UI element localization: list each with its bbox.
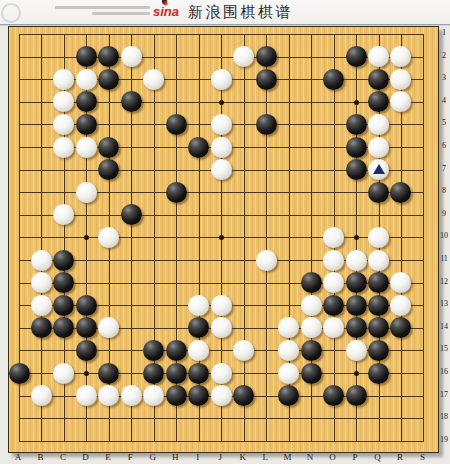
black-stone[interactable] bbox=[31, 317, 52, 338]
grid-line-vertical bbox=[266, 34, 267, 442]
white-stone[interactable] bbox=[31, 295, 52, 316]
white-stone[interactable] bbox=[53, 69, 74, 90]
column-label: O bbox=[327, 451, 339, 463]
black-stone[interactable] bbox=[53, 250, 74, 271]
column-label: R bbox=[394, 451, 406, 463]
white-stone[interactable] bbox=[390, 69, 411, 90]
black-stone[interactable] bbox=[166, 114, 187, 135]
white-stone[interactable] bbox=[278, 317, 299, 338]
white-stone[interactable] bbox=[53, 204, 74, 225]
star-point bbox=[354, 235, 359, 240]
white-stone[interactable] bbox=[76, 385, 97, 406]
black-stone[interactable] bbox=[323, 295, 344, 316]
sina-star-icon: ✷ bbox=[162, 0, 167, 4]
column-label: H bbox=[169, 451, 181, 463]
black-stone[interactable] bbox=[76, 340, 97, 361]
black-stone[interactable] bbox=[121, 91, 142, 112]
white-stone[interactable] bbox=[233, 46, 254, 67]
white-stone[interactable] bbox=[368, 137, 389, 158]
white-stone[interactable] bbox=[121, 385, 142, 406]
row-label: 12 bbox=[438, 277, 450, 287]
black-stone[interactable] bbox=[323, 69, 344, 90]
black-stone[interactable] bbox=[76, 295, 97, 316]
black-stone[interactable] bbox=[301, 363, 322, 384]
black-stone[interactable] bbox=[143, 363, 164, 384]
black-stone[interactable] bbox=[166, 182, 187, 203]
row-label: 4 bbox=[438, 96, 450, 106]
row-label: 1 bbox=[438, 28, 450, 38]
column-label: P bbox=[349, 451, 361, 463]
white-stone[interactable] bbox=[211, 114, 232, 135]
white-stone[interactable] bbox=[98, 317, 119, 338]
white-stone[interactable] bbox=[368, 114, 389, 135]
column-label: K bbox=[237, 451, 249, 463]
row-label: 14 bbox=[438, 322, 450, 332]
white-stone[interactable] bbox=[256, 250, 277, 271]
white-stone[interactable] bbox=[368, 250, 389, 271]
white-stone[interactable] bbox=[323, 250, 344, 271]
black-stone[interactable] bbox=[98, 137, 119, 158]
black-stone[interactable] bbox=[368, 69, 389, 90]
black-stone[interactable] bbox=[98, 46, 119, 67]
black-stone[interactable] bbox=[368, 295, 389, 316]
black-stone[interactable] bbox=[346, 46, 367, 67]
white-stone[interactable] bbox=[121, 46, 142, 67]
black-stone[interactable] bbox=[188, 137, 209, 158]
column-label: M bbox=[282, 451, 294, 463]
column-label: B bbox=[34, 451, 46, 463]
column-label: E bbox=[102, 451, 114, 463]
column-label: F bbox=[124, 451, 136, 463]
white-stone[interactable] bbox=[323, 227, 344, 248]
black-stone[interactable] bbox=[166, 385, 187, 406]
column-label: S bbox=[416, 451, 428, 463]
last-move-triangle-marker bbox=[373, 164, 385, 174]
black-stone[interactable] bbox=[256, 114, 277, 135]
black-stone[interactable] bbox=[368, 340, 389, 361]
white-stone[interactable] bbox=[390, 91, 411, 112]
row-label: 13 bbox=[438, 299, 450, 309]
white-stone[interactable] bbox=[368, 46, 389, 67]
star-point bbox=[219, 100, 224, 105]
black-stone[interactable] bbox=[301, 340, 322, 361]
white-stone[interactable] bbox=[53, 363, 74, 384]
white-stone[interactable] bbox=[278, 363, 299, 384]
column-label: L bbox=[259, 451, 271, 463]
column-label: A bbox=[12, 451, 24, 463]
white-stone[interactable] bbox=[323, 317, 344, 338]
black-stone[interactable] bbox=[76, 114, 97, 135]
row-label: 16 bbox=[438, 367, 450, 377]
white-stone[interactable] bbox=[346, 340, 367, 361]
watermark-text-line bbox=[55, 6, 150, 9]
white-stone[interactable] bbox=[143, 69, 164, 90]
white-stone[interactable] bbox=[76, 69, 97, 90]
white-stone[interactable] bbox=[278, 340, 299, 361]
column-label: Q bbox=[372, 451, 384, 463]
go-board[interactable] bbox=[8, 26, 439, 453]
white-stone[interactable] bbox=[53, 91, 74, 112]
white-stone[interactable] bbox=[390, 295, 411, 316]
black-stone[interactable] bbox=[346, 272, 367, 293]
row-label: 3 bbox=[438, 73, 450, 83]
row-label: 17 bbox=[438, 390, 450, 400]
column-label: I bbox=[192, 451, 204, 463]
star-point bbox=[84, 235, 89, 240]
black-stone[interactable] bbox=[368, 317, 389, 338]
star-point bbox=[219, 235, 224, 240]
black-stone[interactable] bbox=[121, 204, 142, 225]
black-stone[interactable] bbox=[166, 340, 187, 361]
black-stone[interactable] bbox=[346, 114, 367, 135]
grid-line-vertical bbox=[423, 34, 424, 442]
row-label: 15 bbox=[438, 344, 450, 354]
column-label: J bbox=[214, 451, 226, 463]
white-stone[interactable] bbox=[211, 363, 232, 384]
black-stone[interactable] bbox=[368, 91, 389, 112]
row-label: 19 bbox=[438, 435, 450, 445]
watermark-text-line bbox=[92, 12, 150, 15]
black-stone[interactable] bbox=[76, 317, 97, 338]
black-stone[interactable] bbox=[9, 363, 30, 384]
column-label: D bbox=[79, 451, 91, 463]
white-stone[interactable] bbox=[31, 250, 52, 271]
white-stone[interactable] bbox=[76, 137, 97, 158]
white-stone[interactable] bbox=[390, 272, 411, 293]
page-title: 新浪围棋棋谱 bbox=[188, 4, 293, 20]
black-stone[interactable] bbox=[76, 46, 97, 67]
white-stone[interactable] bbox=[211, 137, 232, 158]
black-stone[interactable] bbox=[143, 340, 164, 361]
black-stone[interactable] bbox=[390, 317, 411, 338]
black-stone[interactable] bbox=[256, 69, 277, 90]
white-stone[interactable] bbox=[98, 227, 119, 248]
row-label: 18 bbox=[438, 412, 450, 422]
black-stone[interactable] bbox=[53, 317, 74, 338]
column-label: N bbox=[304, 451, 316, 463]
row-label: 10 bbox=[438, 231, 450, 241]
white-stone[interactable] bbox=[368, 227, 389, 248]
star-point bbox=[354, 100, 359, 105]
black-stone[interactable] bbox=[76, 91, 97, 112]
row-label: 8 bbox=[438, 186, 450, 196]
black-stone[interactable] bbox=[346, 137, 367, 158]
white-stone[interactable] bbox=[188, 295, 209, 316]
row-label: 2 bbox=[438, 51, 450, 61]
black-stone[interactable] bbox=[256, 46, 277, 67]
white-stone[interactable] bbox=[211, 385, 232, 406]
white-stone[interactable] bbox=[323, 272, 344, 293]
white-stone[interactable] bbox=[53, 137, 74, 158]
white-stone[interactable] bbox=[233, 340, 254, 361]
black-stone[interactable] bbox=[188, 363, 209, 384]
title-bar: sina✷ 新浪围棋棋谱 bbox=[0, 0, 450, 25]
black-stone[interactable] bbox=[368, 363, 389, 384]
watermark-logo-icon bbox=[1, 3, 21, 23]
black-stone[interactable] bbox=[166, 363, 187, 384]
row-label: 11 bbox=[438, 254, 450, 264]
white-stone[interactable] bbox=[98, 385, 119, 406]
grid-line-vertical bbox=[41, 34, 42, 442]
white-stone[interactable] bbox=[211, 295, 232, 316]
white-stone[interactable] bbox=[31, 272, 52, 293]
black-stone[interactable] bbox=[53, 295, 74, 316]
black-stone[interactable] bbox=[188, 317, 209, 338]
column-label: G bbox=[147, 451, 159, 463]
black-stone[interactable] bbox=[323, 385, 344, 406]
white-stone[interactable] bbox=[31, 385, 52, 406]
white-stone[interactable] bbox=[346, 250, 367, 271]
black-stone[interactable] bbox=[301, 272, 322, 293]
white-stone[interactable] bbox=[143, 385, 164, 406]
black-stone[interactable] bbox=[188, 385, 209, 406]
black-stone[interactable] bbox=[346, 317, 367, 338]
row-label: 9 bbox=[438, 209, 450, 219]
black-stone[interactable] bbox=[53, 272, 74, 293]
white-stone[interactable] bbox=[76, 182, 97, 203]
black-stone[interactable] bbox=[233, 385, 254, 406]
white-stone[interactable] bbox=[188, 340, 209, 361]
black-stone[interactable] bbox=[368, 272, 389, 293]
star-point bbox=[84, 371, 89, 376]
white-stone[interactable] bbox=[211, 69, 232, 90]
white-stone[interactable] bbox=[211, 317, 232, 338]
white-stone[interactable] bbox=[211, 159, 232, 180]
white-stone[interactable] bbox=[301, 317, 322, 338]
black-stone[interactable] bbox=[346, 159, 367, 180]
grid-line-vertical bbox=[244, 34, 245, 442]
white-stone[interactable] bbox=[301, 295, 322, 316]
row-label: 7 bbox=[438, 164, 450, 174]
white-stone[interactable] bbox=[53, 114, 74, 135]
black-stone[interactable] bbox=[98, 363, 119, 384]
column-label: C bbox=[57, 451, 69, 463]
black-stone[interactable] bbox=[98, 159, 119, 180]
black-stone[interactable] bbox=[278, 385, 299, 406]
row-label: 6 bbox=[438, 141, 450, 151]
white-stone[interactable] bbox=[390, 46, 411, 67]
black-stone[interactable] bbox=[346, 295, 367, 316]
black-stone[interactable] bbox=[98, 69, 119, 90]
black-stone[interactable] bbox=[368, 182, 389, 203]
sina-logo: sina✷ bbox=[153, 4, 179, 19]
black-stone[interactable] bbox=[346, 385, 367, 406]
star-point bbox=[354, 371, 359, 376]
black-stone[interactable] bbox=[390, 182, 411, 203]
row-label: 5 bbox=[438, 118, 450, 128]
